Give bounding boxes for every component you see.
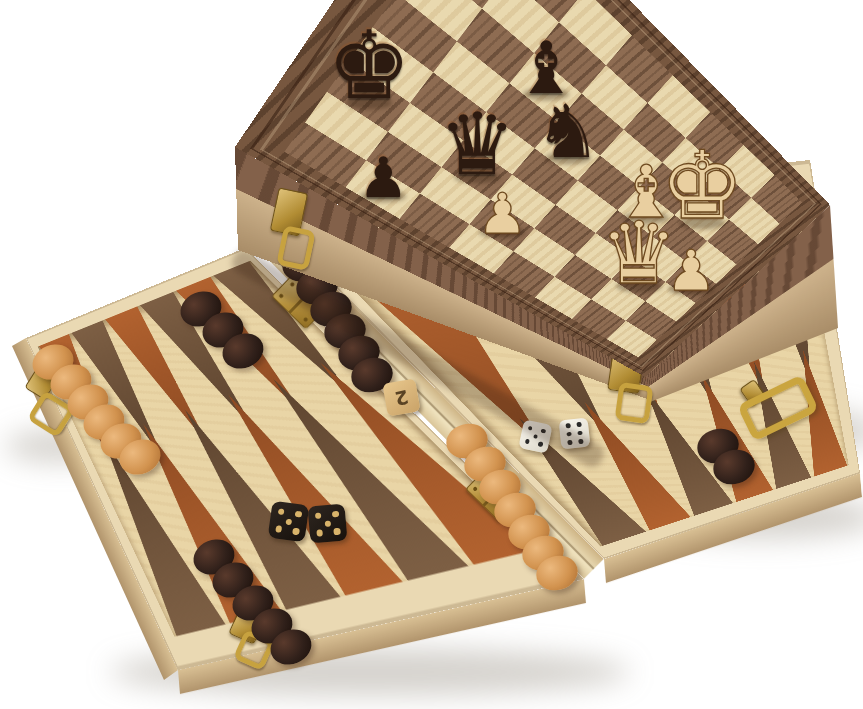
die-pip [576,422,581,427]
die-pip [316,529,323,536]
chess-piece-white-pawn[interactable]: ♟ [621,243,761,299]
black-die-5[interactable] [267,500,309,542]
die-pip [314,512,321,519]
die-pip [294,510,301,517]
die-pip [292,527,299,534]
die-pip [277,507,284,514]
die-pip [524,438,530,444]
die-pip [274,525,281,532]
die-pip [333,528,340,535]
die-pip [284,517,291,524]
doubling-cube[interactable]: 2 [382,378,420,416]
die-pip [324,520,331,527]
chess-piece-white-pawn[interactable]: ♟ [432,186,572,242]
die-pip [537,441,543,447]
product-photo-stage: 2 ♚♟♛♝♞♟♝♚♛♟ [0,0,863,709]
chess-piece-black-king[interactable]: ♚ [299,19,439,113]
chess-box-clasp-lower-ring [615,382,654,424]
doubling-cube-value: 2 [392,385,410,409]
die-pip [332,510,339,517]
black-die-5[interactable] [307,503,347,543]
